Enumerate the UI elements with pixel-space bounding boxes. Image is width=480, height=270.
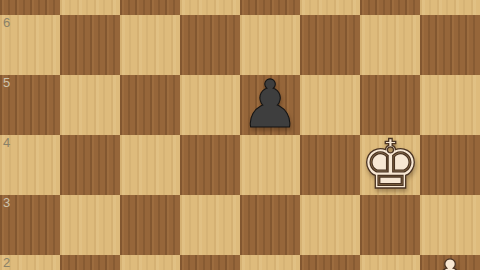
square-b2[interactable] <box>60 255 120 270</box>
square-a3[interactable]: 3 <box>0 195 60 255</box>
square-d2[interactable] <box>180 255 240 270</box>
chess-board-viewport: 765♟4♚32♟ <box>0 0 480 270</box>
rank-label-6: 6 <box>3 16 10 29</box>
rank-label-5: 5 <box>3 76 10 89</box>
square-c4[interactable] <box>120 135 180 195</box>
square-h6[interactable] <box>420 15 480 75</box>
square-e4[interactable] <box>240 135 300 195</box>
black-pawn-piece-e5[interactable]: ♟ <box>240 75 300 135</box>
square-h4[interactable] <box>420 135 480 195</box>
square-f7[interactable] <box>300 0 360 15</box>
square-f2[interactable] <box>300 255 360 270</box>
square-f3[interactable] <box>300 195 360 255</box>
square-a7[interactable]: 7 <box>0 0 60 15</box>
square-e7[interactable] <box>240 0 300 15</box>
square-f6[interactable] <box>300 15 360 75</box>
square-f5[interactable] <box>300 75 360 135</box>
square-c2[interactable] <box>120 255 180 270</box>
square-e2[interactable] <box>240 255 300 270</box>
rank-label-3: 3 <box>3 196 10 209</box>
square-g4[interactable]: ♚ <box>360 135 420 195</box>
rank-label-4: 4 <box>3 136 10 149</box>
square-d4[interactable] <box>180 135 240 195</box>
square-h5[interactable] <box>420 75 480 135</box>
square-a2[interactable]: 2 <box>0 255 60 270</box>
square-b5[interactable] <box>60 75 120 135</box>
square-d7[interactable] <box>180 0 240 15</box>
square-b4[interactable] <box>60 135 120 195</box>
square-b3[interactable] <box>60 195 120 255</box>
square-c7[interactable] <box>120 0 180 15</box>
square-e5[interactable]: ♟ <box>240 75 300 135</box>
square-g6[interactable] <box>360 15 420 75</box>
white-pawn-piece-h2[interactable]: ♟ <box>420 255 480 270</box>
white-king-piece-g4[interactable]: ♚ <box>360 135 420 195</box>
square-d6[interactable] <box>180 15 240 75</box>
square-e3[interactable] <box>240 195 300 255</box>
square-g2[interactable] <box>360 255 420 270</box>
square-b7[interactable] <box>60 0 120 15</box>
square-d5[interactable] <box>180 75 240 135</box>
square-c6[interactable] <box>120 15 180 75</box>
square-b6[interactable] <box>60 15 120 75</box>
square-c5[interactable] <box>120 75 180 135</box>
square-a4[interactable]: 4 <box>0 135 60 195</box>
square-g7[interactable] <box>360 0 420 15</box>
square-g3[interactable] <box>360 195 420 255</box>
square-f4[interactable] <box>300 135 360 195</box>
square-a5[interactable]: 5 <box>0 75 60 135</box>
square-a6[interactable]: 6 <box>0 15 60 75</box>
rank-label-2: 2 <box>3 256 10 269</box>
square-h2[interactable]: ♟ <box>420 255 480 270</box>
square-h7[interactable] <box>420 0 480 15</box>
square-d3[interactable] <box>180 195 240 255</box>
chess-board: 765♟4♚32♟ <box>0 0 480 270</box>
square-c3[interactable] <box>120 195 180 255</box>
